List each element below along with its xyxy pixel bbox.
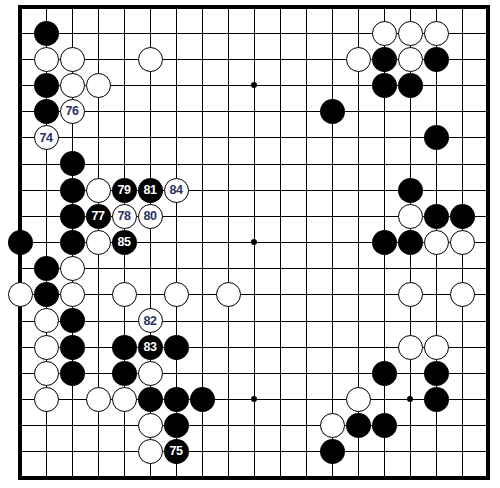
stone-white[interactable]: [138, 439, 163, 464]
stone-black[interactable]: [346, 413, 371, 438]
stone-black[interactable]: [34, 21, 59, 46]
stone-black[interactable]: [60, 151, 85, 176]
stone-black[interactable]: [424, 361, 449, 386]
stone-white[interactable]: [424, 335, 449, 360]
stone-white[interactable]: [86, 387, 111, 412]
stone-white[interactable]: [34, 335, 59, 360]
stone-white[interactable]: [138, 47, 163, 72]
stone-white[interactable]: [164, 282, 189, 307]
stone-black[interactable]: [60, 204, 85, 229]
stone-black[interactable]: [34, 73, 59, 98]
stone-white[interactable]: [346, 47, 371, 72]
stone-black[interactable]: [138, 387, 163, 412]
star-point: [251, 239, 257, 245]
stone-white[interactable]: [398, 282, 423, 307]
stone-white[interactable]: [34, 361, 59, 386]
stone-black[interactable]: [372, 413, 397, 438]
stone-white[interactable]: [450, 230, 475, 255]
stone-black[interactable]: [320, 99, 345, 124]
stone-white[interactable]: [216, 282, 241, 307]
stone-black[interactable]: [60, 230, 85, 255]
stone-black[interactable]: [320, 439, 345, 464]
stone-white[interactable]: [424, 21, 449, 46]
stone-white[interactable]: [86, 73, 111, 98]
stone-black-79[interactable]: 79: [112, 178, 137, 203]
stone-black[interactable]: [34, 256, 59, 281]
stone-black[interactable]: [164, 413, 189, 438]
stone-black[interactable]: [34, 99, 59, 124]
stone-black[interactable]: [190, 387, 215, 412]
stone-white[interactable]: [138, 413, 163, 438]
stone-black[interactable]: [112, 361, 137, 386]
star-point: [407, 396, 413, 402]
stone-black[interactable]: [34, 282, 59, 307]
stone-black[interactable]: [372, 230, 397, 255]
stone-white-84[interactable]: 84: [164, 178, 189, 203]
stone-black[interactable]: [450, 204, 475, 229]
stone-white[interactable]: [34, 47, 59, 72]
stone-black[interactable]: [398, 178, 423, 203]
stone-black[interactable]: [112, 335, 137, 360]
stone-black[interactable]: [372, 73, 397, 98]
stone-white[interactable]: [112, 282, 137, 307]
stone-black[interactable]: [372, 361, 397, 386]
stone-black-85[interactable]: 85: [112, 230, 137, 255]
stone-white[interactable]: [34, 387, 59, 412]
stone-black-81[interactable]: 81: [138, 178, 163, 203]
stone-white[interactable]: [372, 21, 397, 46]
stone-black[interactable]: [164, 387, 189, 412]
stone-black[interactable]: [60, 308, 85, 333]
stone-white[interactable]: [398, 335, 423, 360]
stone-black[interactable]: [8, 230, 33, 255]
stone-white-78[interactable]: 78: [112, 204, 137, 229]
stone-white[interactable]: [60, 282, 85, 307]
stone-white[interactable]: [424, 230, 449, 255]
stone-white[interactable]: [398, 21, 423, 46]
stone-white[interactable]: [60, 73, 85, 98]
star-point: [251, 396, 257, 402]
stone-white[interactable]: [450, 282, 475, 307]
stone-white[interactable]: [60, 47, 85, 72]
stone-black[interactable]: [60, 178, 85, 203]
star-point: [251, 82, 257, 88]
stone-white[interactable]: [34, 308, 59, 333]
stone-black-83[interactable]: 83: [138, 335, 163, 360]
stone-white[interactable]: [60, 256, 85, 281]
stone-white[interactable]: [86, 178, 111, 203]
go-board[interactable]: 767479818477788085828375: [0, 0, 500, 488]
stone-white[interactable]: [398, 47, 423, 72]
stone-white-76[interactable]: 76: [60, 99, 85, 124]
stone-black[interactable]: [398, 73, 423, 98]
stone-white-80[interactable]: 80: [138, 204, 163, 229]
stone-black[interactable]: [424, 47, 449, 72]
stone-white[interactable]: [138, 361, 163, 386]
stone-black[interactable]: [398, 230, 423, 255]
stone-white[interactable]: [346, 387, 371, 412]
stone-black-75[interactable]: 75: [164, 439, 189, 464]
stone-white-82[interactable]: 82: [138, 308, 163, 333]
board-grid: 767479818477788085828375: [7, 0, 500, 488]
stone-white[interactable]: [86, 230, 111, 255]
stone-black-77[interactable]: 77: [86, 204, 111, 229]
stone-white[interactable]: [112, 387, 137, 412]
stone-black[interactable]: [424, 204, 449, 229]
stone-white[interactable]: [8, 282, 33, 307]
stone-black[interactable]: [424, 125, 449, 150]
stone-black[interactable]: [60, 361, 85, 386]
stone-white-74[interactable]: 74: [34, 125, 59, 150]
stone-white[interactable]: [398, 204, 423, 229]
stone-white[interactable]: [320, 413, 345, 438]
stone-black[interactable]: [60, 335, 85, 360]
stone-black[interactable]: [164, 335, 189, 360]
stone-black[interactable]: [372, 47, 397, 72]
stone-black[interactable]: [424, 387, 449, 412]
